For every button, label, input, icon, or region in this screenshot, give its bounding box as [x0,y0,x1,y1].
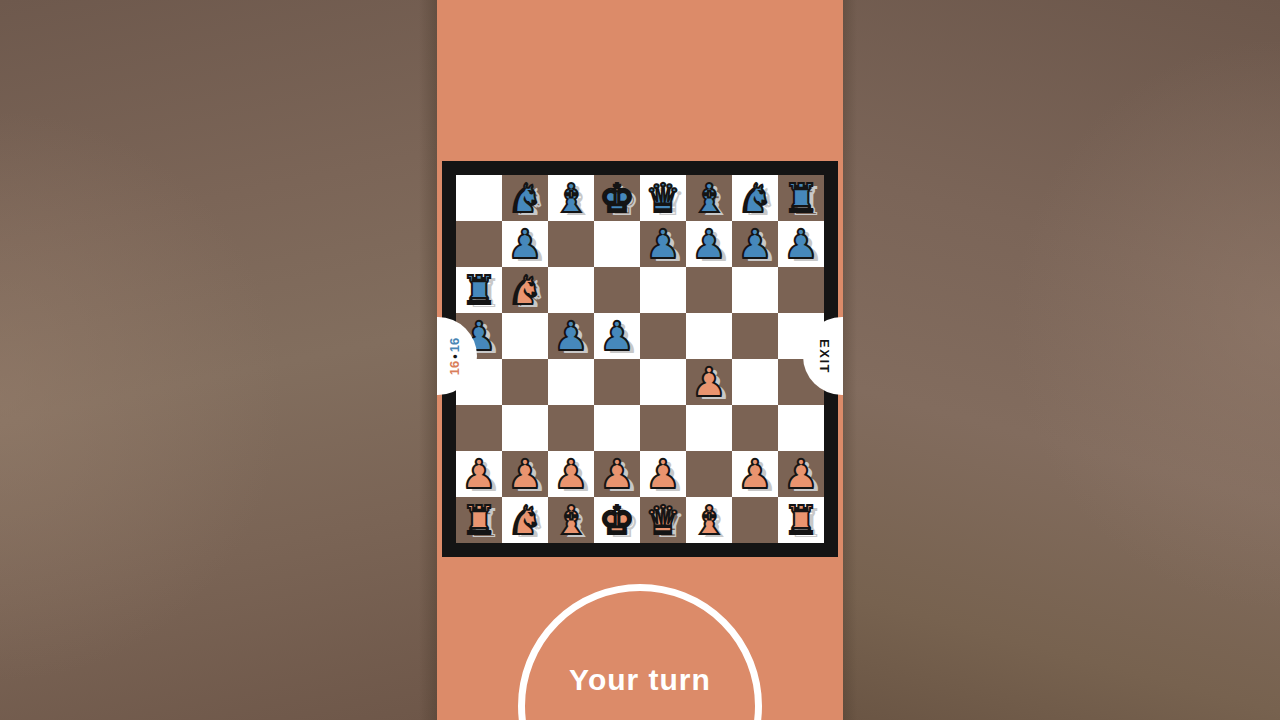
square-d8[interactable]: ♚ [594,175,640,221]
square-h1[interactable]: ♜ [778,497,824,543]
blue-knight[interactable]: ♞ [737,175,773,221]
blurred-background-left [0,0,437,720]
square-g1[interactable] [732,497,778,543]
square-b1[interactable]: ♞ [502,497,548,543]
turn-banner-label: Your turn [569,663,711,720]
blue-pawn[interactable]: ♟ [507,221,543,267]
square-f1[interactable]: ♝ [686,497,732,543]
square-e1[interactable]: ♛ [640,497,686,543]
orange-bishop[interactable]: ♝ [691,497,727,543]
orange-pawn[interactable]: ♟ [783,451,819,497]
board-frame: ♞♝♚♛♝♞♜♟♟♟♟♟♜♞♟♟♟♟♟♟♟♟♟♟♟♜♞♝♚♛♝♜ [442,161,838,557]
square-e4[interactable] [640,359,686,405]
blue-pawn[interactable]: ♟ [691,221,727,267]
blue-bishop[interactable]: ♝ [553,175,589,221]
square-b4[interactable] [502,359,548,405]
square-a7[interactable] [456,221,502,267]
orange-rook[interactable]: ♜ [783,497,819,543]
orange-pawn[interactable]: ♟ [737,451,773,497]
blue-pawn[interactable]: ♟ [553,313,589,359]
square-d2[interactable]: ♟ [594,451,640,497]
orange-queen[interactable]: ♛ [645,497,681,543]
square-d7[interactable] [594,221,640,267]
square-h8[interactable]: ♜ [778,175,824,221]
square-d5[interactable]: ♟ [594,313,640,359]
blue-pawn[interactable]: ♟ [783,221,819,267]
orange-knight[interactable]: ♞ [507,497,543,543]
square-h7[interactable]: ♟ [778,221,824,267]
square-b7[interactable]: ♟ [502,221,548,267]
square-b3[interactable] [502,405,548,451]
square-b8[interactable]: ♞ [502,175,548,221]
square-d6[interactable] [594,267,640,313]
chess-board: ♞♝♚♛♝♞♜♟♟♟♟♟♜♞♟♟♟♟♟♟♟♟♟♟♟♜♞♝♚♛♝♜ [456,175,824,543]
square-f3[interactable] [686,405,732,451]
blue-pawn[interactable]: ♟ [599,313,635,359]
square-g2[interactable]: ♟ [732,451,778,497]
orange-bishop[interactable]: ♝ [553,497,589,543]
square-f5[interactable] [686,313,732,359]
orange-rook[interactable]: ♜ [461,497,497,543]
square-h6[interactable] [778,267,824,313]
square-c7[interactable] [548,221,594,267]
blue-rook[interactable]: ♜ [461,267,497,313]
blue-bishop[interactable]: ♝ [691,175,727,221]
square-f2[interactable] [686,451,732,497]
square-f8[interactable]: ♝ [686,175,732,221]
square-g5[interactable] [732,313,778,359]
score-orange-value: 16 [448,360,463,374]
blue-king[interactable]: ♚ [599,175,635,221]
screenshot-stage: ♞♝♚♛♝♞♜♟♟♟♟♟♜♞♟♟♟♟♟♟♟♟♟♟♟♜♞♝♚♛♝♜ 16•16 E… [0,0,1280,720]
square-e2[interactable]: ♟ [640,451,686,497]
square-c8[interactable]: ♝ [548,175,594,221]
turn-banner-circle: Your turn [518,584,762,720]
square-d4[interactable] [594,359,640,405]
square-c6[interactable] [548,267,594,313]
blue-pawn[interactable]: ♟ [645,221,681,267]
square-a8[interactable] [456,175,502,221]
orange-pawn[interactable]: ♟ [553,451,589,497]
square-e3[interactable] [640,405,686,451]
square-d1[interactable]: ♚ [594,497,640,543]
square-f7[interactable]: ♟ [686,221,732,267]
square-g8[interactable]: ♞ [732,175,778,221]
square-g7[interactable]: ♟ [732,221,778,267]
square-g4[interactable] [732,359,778,405]
orange-pawn[interactable]: ♟ [599,451,635,497]
blue-queen[interactable]: ♛ [645,175,681,221]
square-a2[interactable]: ♟ [456,451,502,497]
square-c2[interactable]: ♟ [548,451,594,497]
orange-pawn[interactable]: ♟ [461,451,497,497]
square-b2[interactable]: ♟ [502,451,548,497]
square-e7[interactable]: ♟ [640,221,686,267]
square-d3[interactable] [594,405,640,451]
square-e6[interactable] [640,267,686,313]
square-h2[interactable]: ♟ [778,451,824,497]
square-e5[interactable] [640,313,686,359]
square-b6[interactable]: ♞ [502,267,548,313]
score-blue-value: 16 [448,337,463,351]
square-e8[interactable]: ♛ [640,175,686,221]
blue-knight[interactable]: ♞ [507,175,543,221]
square-a3[interactable] [456,405,502,451]
square-f6[interactable] [686,267,732,313]
blurred-background-right [843,0,1280,720]
score-text: 16•16 [448,337,463,375]
orange-king[interactable]: ♚ [599,497,635,543]
orange-pawn[interactable]: ♟ [691,359,727,405]
blue-pawn[interactable]: ♟ [737,221,773,267]
square-c3[interactable] [548,405,594,451]
square-c4[interactable] [548,359,594,405]
square-a6[interactable]: ♜ [456,267,502,313]
square-h3[interactable] [778,405,824,451]
orange-pawn[interactable]: ♟ [507,451,543,497]
phone-screen: ♞♝♚♛♝♞♜♟♟♟♟♟♜♞♟♟♟♟♟♟♟♟♟♟♟♜♞♝♚♛♝♜ 16•16 E… [437,0,843,720]
square-a1[interactable]: ♜ [456,497,502,543]
square-c5[interactable]: ♟ [548,313,594,359]
square-b5[interactable] [502,313,548,359]
square-f4[interactable]: ♟ [686,359,732,405]
orange-pawn[interactable]: ♟ [645,451,681,497]
orange-knight[interactable]: ♞ [507,267,543,313]
exit-button-label: EXIT [817,339,832,374]
blue-rook[interactable]: ♜ [783,175,819,221]
square-g3[interactable] [732,405,778,451]
score-separator-dot: • [448,354,463,359]
square-c1[interactable]: ♝ [548,497,594,543]
square-g6[interactable] [732,267,778,313]
